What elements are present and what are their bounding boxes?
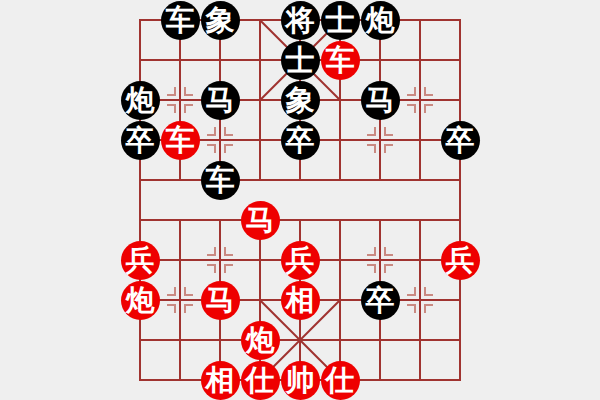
piece-red-soldier[interactable]: 兵 [441,241,480,280]
point-marker-corner [367,247,376,256]
point-marker-corner [207,144,216,153]
point-marker-corner [424,104,433,113]
piece-red-cannon[interactable]: 炮 [241,321,280,360]
piece-black-chariot[interactable]: 车 [201,161,240,200]
piece-red-general[interactable]: 帅 [281,361,320,400]
piece-black-elephant[interactable]: 象 [201,1,240,40]
point-marker-corner [167,304,176,313]
piece-red-advisor[interactable]: 仕 [241,361,280,400]
piece-black-horse[interactable]: 马 [201,81,240,120]
piece-black-elephant[interactable]: 象 [281,81,320,120]
piece-red-chariot[interactable]: 车 [161,121,200,160]
piece-black-soldier[interactable]: 卒 [121,121,160,160]
point-marker-corner [384,127,393,136]
point-marker-corner [424,287,433,296]
point-marker [367,127,393,153]
point-marker-corner [167,287,176,296]
point-marker-corner [407,104,416,113]
piece-red-elephant[interactable]: 相 [281,281,320,320]
board-grid-line [459,19,461,381]
point-marker [407,87,433,113]
piece-black-horse[interactable]: 马 [361,81,400,120]
point-marker-corner [424,87,433,96]
point-marker-corner [367,144,376,153]
point-marker [207,127,233,153]
piece-black-soldier[interactable]: 卒 [441,121,480,160]
piece-red-chariot[interactable]: 车 [321,41,360,80]
point-marker-corner [407,87,416,96]
point-marker-corner [184,304,193,313]
point-marker-corner [367,264,376,273]
point-marker-corner [224,247,233,256]
point-marker [167,87,193,113]
point-marker-corner [384,247,393,256]
point-marker-corner [224,127,233,136]
piece-red-soldier[interactable]: 兵 [281,241,320,280]
point-marker-corner [384,144,393,153]
point-marker [207,247,233,273]
point-marker-corner [207,247,216,256]
point-marker-corner [407,304,416,313]
xiangqi-board: 车象将士炮士车炮马象马卒车卒卒车马兵兵兵炮马相卒炮相仕帅仕 [140,20,460,380]
point-marker-corner [224,264,233,273]
point-marker-corner [167,104,176,113]
point-marker-corner [384,264,393,273]
point-marker [367,247,393,273]
point-marker [407,287,433,313]
piece-black-advisor[interactable]: 士 [321,1,360,40]
point-marker-corner [167,87,176,96]
piece-black-cannon[interactable]: 炮 [361,1,400,40]
piece-black-cannon[interactable]: 炮 [121,81,160,120]
point-marker-corner [184,104,193,113]
piece-black-soldier[interactable]: 卒 [281,121,320,160]
point-marker-corner [407,287,416,296]
point-marker-corner [184,287,193,296]
xiangqi-app-background: 车象将士炮士车炮马象马卒车卒卒车马兵兵兵炮马相卒炮相仕帅仕 [0,0,600,400]
point-marker-corner [224,144,233,153]
board-grid-line [139,19,141,381]
piece-black-advisor[interactable]: 士 [281,41,320,80]
piece-black-chariot[interactable]: 车 [161,1,200,40]
point-marker-corner [367,127,376,136]
piece-red-elephant[interactable]: 相 [201,361,240,400]
piece-black-general[interactable]: 将 [281,1,320,40]
point-marker [167,287,193,313]
piece-red-cannon[interactable]: 炮 [121,281,160,320]
piece-black-soldier[interactable]: 卒 [361,281,400,320]
point-marker-corner [207,127,216,136]
piece-red-advisor[interactable]: 仕 [321,361,360,400]
point-marker-corner [424,304,433,313]
point-marker-corner [207,264,216,273]
piece-red-horse[interactable]: 马 [241,201,280,240]
piece-red-horse[interactable]: 马 [201,281,240,320]
piece-red-soldier[interactable]: 兵 [121,241,160,280]
point-marker-corner [184,87,193,96]
